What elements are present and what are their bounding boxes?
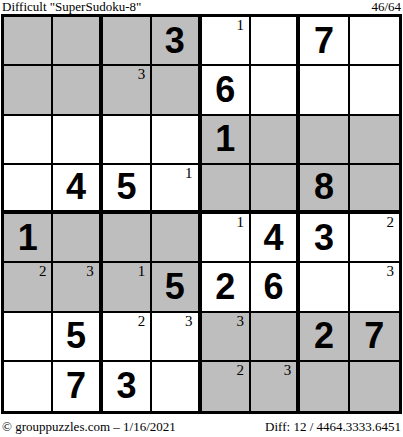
cell-r7c8[interactable]: 7: [350, 313, 399, 362]
pencil-mark: 3: [138, 67, 146, 82]
cell-r1c5[interactable]: 1: [202, 17, 251, 66]
cell-r6c7[interactable]: [300, 263, 349, 312]
given-digit: 2: [314, 318, 334, 354]
given-digit: 6: [215, 72, 235, 108]
cell-r6c2[interactable]: 3: [53, 263, 102, 312]
cell-r8c2[interactable]: 7: [53, 362, 102, 411]
given-digit: 1: [215, 121, 235, 157]
cell-r1c1[interactable]: [4, 17, 53, 66]
cell-r2c3[interactable]: 3: [103, 66, 152, 115]
cell-r5c2[interactable]: [53, 214, 102, 263]
cell-r8c8[interactable]: [350, 362, 399, 411]
cell-r3c8[interactable]: [350, 116, 399, 165]
cell-r5c4[interactable]: [152, 214, 201, 263]
given-digit: 5: [66, 318, 86, 354]
cell-r4c7[interactable]: 8: [300, 165, 349, 214]
copyright-text: © grouppuzzles.com – 1/16/2021: [2, 419, 176, 434]
pencil-mark: 2: [39, 264, 47, 279]
given-digit: 2: [215, 269, 235, 305]
cell-r1c3[interactable]: [103, 17, 152, 66]
given-digit: 8: [314, 169, 334, 205]
pencil-mark: 2: [138, 314, 146, 329]
given-digit: 7: [314, 23, 334, 59]
cell-r6c4[interactable]: 5: [152, 263, 201, 312]
cell-r3c6[interactable]: [251, 116, 300, 165]
difficulty-text: Diff: 12 / 4464.3333.6451: [265, 419, 401, 434]
cell-r7c2[interactable]: 5: [53, 313, 102, 362]
pencil-mark: 2: [236, 363, 244, 378]
given-digit: 5: [165, 269, 185, 305]
cell-r3c3[interactable]: [103, 116, 152, 165]
cell-r5c8[interactable]: 2: [350, 214, 399, 263]
given-digit: 6: [264, 269, 284, 305]
cell-r7c4[interactable]: 3: [152, 313, 201, 362]
pencil-mark: 3: [236, 314, 244, 329]
cell-r6c3[interactable]: 1: [103, 263, 152, 312]
given-digit: 3: [314, 220, 334, 256]
cell-r2c6[interactable]: [251, 66, 300, 115]
pencil-mark: 3: [86, 264, 94, 279]
given-digit: 3: [165, 23, 185, 59]
given-digit: 3: [116, 368, 136, 404]
pencil-mark: 3: [387, 264, 395, 279]
given-digit: 4: [264, 220, 284, 256]
footer-bar: © grouppuzzles.com – 1/16/2021 Diff: 12 …: [2, 419, 401, 434]
cell-r7c1[interactable]: [4, 313, 53, 362]
cell-r8c4[interactable]: [152, 362, 201, 411]
given-digit: 5: [116, 169, 136, 205]
cell-r5c3[interactable]: [103, 214, 152, 263]
cell-r8c1[interactable]: [4, 362, 53, 411]
cell-r8c5[interactable]: 2: [202, 362, 251, 411]
cell-r2c2[interactable]: [53, 66, 102, 115]
cell-r3c7[interactable]: [300, 116, 349, 165]
cell-r3c5[interactable]: 1: [202, 116, 251, 165]
cell-r4c8[interactable]: [350, 165, 399, 214]
given-digit: 4: [66, 169, 86, 205]
pencil-mark: 1: [236, 18, 244, 33]
cell-r8c6[interactable]: 3: [251, 362, 300, 411]
cell-r6c1[interactable]: 2: [4, 263, 53, 312]
sudoku-board: 31736145181143223152635233277323: [1, 14, 402, 414]
cell-r4c5[interactable]: [202, 165, 251, 214]
given-digit: 7: [364, 318, 384, 354]
cell-r8c7[interactable]: [300, 362, 349, 411]
cell-r5c5[interactable]: 1: [202, 214, 251, 263]
cell-r1c6[interactable]: [251, 17, 300, 66]
pencil-mark: 2: [387, 215, 395, 230]
cell-r4c6[interactable]: [251, 165, 300, 214]
cell-r6c5[interactable]: 2: [202, 263, 251, 312]
given-digit: 7: [66, 368, 86, 404]
cell-r5c7[interactable]: 3: [300, 214, 349, 263]
cell-r5c6[interactable]: 4: [251, 214, 300, 263]
cell-r7c7[interactable]: 2: [300, 313, 349, 362]
cell-r1c2[interactable]: [53, 17, 102, 66]
cell-r5c1[interactable]: 1: [4, 214, 53, 263]
cell-r4c4[interactable]: 1: [152, 165, 201, 214]
cell-r3c2[interactable]: [53, 116, 102, 165]
cell-r1c8[interactable]: [350, 17, 399, 66]
cell-r4c3[interactable]: 5: [103, 165, 152, 214]
cell-r7c3[interactable]: 2: [103, 313, 152, 362]
puzzle-title: Difficult "SuperSudoku-8": [2, 0, 141, 14]
cell-r2c5[interactable]: 6: [202, 66, 251, 115]
progress-counter: 46/64: [371, 0, 401, 14]
cell-r2c1[interactable]: [4, 66, 53, 115]
cell-r1c4[interactable]: 3: [152, 17, 201, 66]
cell-r4c1[interactable]: [4, 165, 53, 214]
given-digit: 1: [18, 220, 38, 256]
cell-r8c3[interactable]: 3: [103, 362, 152, 411]
cell-r7c5[interactable]: 3: [202, 313, 251, 362]
cell-r7c6[interactable]: [251, 313, 300, 362]
cell-r2c8[interactable]: [350, 66, 399, 115]
pencil-mark: 3: [284, 363, 292, 378]
cell-r2c7[interactable]: [300, 66, 349, 115]
cell-r3c4[interactable]: [152, 116, 201, 165]
cell-r6c8[interactable]: 3: [350, 263, 399, 312]
pencil-mark: 3: [185, 314, 193, 329]
pencil-mark: 1: [138, 264, 146, 279]
cell-r1c7[interactable]: 7: [300, 17, 349, 66]
pencil-mark: 1: [236, 215, 244, 230]
cell-r6c6[interactable]: 6: [251, 263, 300, 312]
title-bar: Difficult "SuperSudoku-8" 46/64: [2, 0, 401, 14]
pencil-mark: 1: [185, 166, 193, 181]
cell-r4c2[interactable]: 4: [53, 165, 102, 214]
cell-r2c4[interactable]: [152, 66, 201, 115]
cell-r3c1[interactable]: [4, 116, 53, 165]
